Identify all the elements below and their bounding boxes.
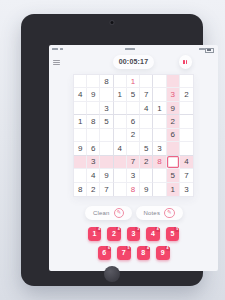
cell-r6c7[interactable]: 3 — [153, 142, 166, 155]
cell-r7c1[interactable] — [74, 156, 87, 169]
cell-r3c8[interactable]: 9 — [167, 102, 180, 115]
cell-r1c7[interactable] — [153, 75, 166, 88]
cell-r6c9[interactable] — [180, 142, 193, 155]
cell-r4c9[interactable] — [180, 115, 193, 128]
numpad-key-count: 5 — [176, 227, 178, 231]
numpad-key-label: 3 — [132, 230, 136, 237]
front-camera — [111, 21, 114, 24]
notes-pencil-icon: ✎ — [164, 208, 175, 219]
numpad-key-label: 9 — [161, 249, 165, 256]
cell-r7c8[interactable] — [167, 156, 180, 169]
cell-r9c2[interactable]: 2 — [87, 183, 100, 196]
pause-icon — [183, 60, 185, 65]
cell-r9c3[interactable]: 7 — [100, 183, 113, 196]
cell-r4c8[interactable]: 2 — [167, 115, 180, 128]
cell-r1c6[interactable] — [140, 75, 153, 88]
cell-r8c3[interactable]: 9 — [100, 169, 113, 182]
cell-r2c7[interactable] — [153, 88, 166, 101]
cell-r4c5[interactable]: 6 — [127, 115, 140, 128]
status-bar — [49, 47, 218, 51]
cell-r4c2[interactable]: 8 — [87, 115, 100, 128]
home-button[interactable] — [104, 266, 120, 282]
numpad-key-2[interactable]: 24 — [107, 227, 121, 241]
clean-button[interactable]: Clean ✎ — [85, 206, 132, 220]
cell-r5c6[interactable] — [140, 129, 153, 142]
cell-r8c4[interactable] — [114, 169, 127, 182]
numpad-key-4[interactable]: 44 — [146, 227, 160, 241]
notes-button[interactable]: Notes ✎ — [136, 206, 183, 220]
cell-r4c4[interactable] — [114, 115, 127, 128]
cell-r6c5[interactable] — [127, 142, 140, 155]
cell-r6c8[interactable] — [167, 142, 180, 155]
cell-r7c3[interactable] — [100, 156, 113, 169]
cell-r1c5[interactable]: 1 — [127, 75, 140, 88]
numpad-key-6[interactable]: 66 — [98, 246, 112, 260]
pause-button[interactable] — [179, 55, 193, 69]
numpad-key-9[interactable]: 94 — [156, 246, 170, 260]
cell-r8c6[interactable] — [140, 169, 153, 182]
numpad-key-8[interactable]: 84 — [137, 246, 151, 260]
cell-r1c3[interactable]: 8 — [100, 75, 113, 88]
menu-button[interactable] — [53, 58, 63, 67]
cell-r2c2[interactable]: 9 — [87, 88, 100, 101]
cell-r4c3[interactable]: 5 — [100, 115, 113, 128]
cell-r8c2[interactable]: 4 — [87, 169, 100, 182]
cell-r1c2[interactable] — [87, 75, 100, 88]
cell-r8c5[interactable]: 3 — [127, 169, 140, 182]
status-carrier — [52, 48, 58, 50]
cell-r7c6[interactable]: 2 — [140, 156, 153, 169]
cell-r1c1[interactable] — [74, 75, 87, 88]
numpad-row-1: 1424334455 — [49, 227, 218, 241]
cell-r5c2[interactable] — [87, 129, 100, 142]
cell-r3c1[interactable] — [74, 102, 87, 115]
battery-icon — [205, 48, 214, 53]
cell-r6c6[interactable]: 5 — [140, 142, 153, 155]
cell-r5c8[interactable]: 6 — [167, 129, 180, 142]
sudoku-board: 8149157323419185622696453372844935782789… — [73, 74, 194, 197]
numpad-key-3[interactable]: 33 — [127, 227, 141, 241]
numpad-key-count: 4 — [118, 227, 120, 231]
cell-r3c5[interactable] — [127, 102, 140, 115]
cell-r3c4[interactable] — [114, 102, 127, 115]
cell-r3c2[interactable] — [87, 102, 100, 115]
cell-r7c5[interactable]: 7 — [127, 156, 140, 169]
cell-r1c8[interactable] — [167, 75, 180, 88]
numpad-key-count: 6 — [108, 246, 110, 250]
page-background: 00:05:17 8149157323419185622696453372844… — [0, 0, 225, 300]
cell-r6c1[interactable]: 9 — [74, 142, 87, 155]
cell-r3c7[interactable]: 1 — [153, 102, 166, 115]
cell-r7c9[interactable]: 4 — [180, 156, 193, 169]
cell-r7c2[interactable]: 3 — [87, 156, 100, 169]
numpad-key-label: 5 — [171, 230, 175, 237]
cell-r6c4[interactable]: 4 — [114, 142, 127, 155]
timer-value: 00:05:17 — [119, 58, 149, 65]
cell-r5c9[interactable] — [180, 129, 193, 142]
cell-r5c7[interactable] — [153, 129, 166, 142]
numpad-key-count: 4 — [147, 246, 149, 250]
clean-button-label: Clean — [93, 210, 110, 216]
cell-r9c9[interactable]: 3 — [180, 183, 193, 196]
clean-pencil-icon: ✎ — [114, 208, 125, 219]
cell-r9c5[interactable]: 8 — [127, 183, 140, 196]
status-time — [125, 48, 135, 50]
app-screen: 00:05:17 8149157323419185622696453372844… — [49, 45, 218, 271]
cell-r2c3[interactable] — [100, 88, 113, 101]
cell-r2c6[interactable]: 7 — [140, 88, 153, 101]
cell-r6c3[interactable] — [100, 142, 113, 155]
cell-r5c4[interactable] — [114, 129, 127, 142]
cell-r8c9[interactable]: 7 — [180, 169, 193, 182]
cell-r9c1[interactable]: 8 — [74, 183, 87, 196]
cell-r8c7[interactable] — [153, 169, 166, 182]
cell-r3c3[interactable]: 3 — [100, 102, 113, 115]
cell-r4c7[interactable] — [153, 115, 166, 128]
cell-r2c8[interactable]: 3 — [167, 88, 180, 101]
cell-r5c3[interactable] — [100, 129, 113, 142]
numpad-key-count: 5 — [128, 246, 130, 250]
cell-r6c2[interactable]: 6 — [87, 142, 100, 155]
menu-icon — [53, 60, 60, 61]
timer-display: 00:05:17 — [113, 55, 154, 69]
cell-r7c4[interactable] — [114, 156, 127, 169]
notes-button-label: Notes — [143, 210, 160, 216]
numpad-key-label: 1 — [93, 230, 97, 237]
cell-r4c6[interactable] — [140, 115, 153, 128]
cell-r7c7[interactable]: 8 — [153, 156, 166, 169]
cell-r1c9[interactable] — [180, 75, 193, 88]
cell-r3c6[interactable]: 4 — [140, 102, 153, 115]
cell-r9c8[interactable]: 1 — [167, 183, 180, 196]
cell-r9c4[interactable] — [114, 183, 127, 196]
cell-r2c4[interactable]: 1 — [114, 88, 127, 101]
wifi-icon — [60, 48, 63, 50]
cell-r5c1[interactable] — [74, 129, 87, 142]
numpad-key-label: 2 — [112, 230, 116, 237]
cell-r8c1[interactable] — [74, 169, 87, 182]
numpad-key-1[interactable]: 14 — [88, 227, 102, 241]
cell-r4c1[interactable]: 1 — [74, 115, 87, 128]
numpad-key-count: 4 — [157, 227, 159, 231]
numpad-key-label: 8 — [141, 249, 145, 256]
cell-r1c4[interactable] — [114, 75, 127, 88]
numpad-key-5[interactable]: 55 — [166, 227, 180, 241]
numpad-key-label: 6 — [102, 249, 106, 256]
numpad-key-count: 4 — [98, 227, 100, 231]
cell-r9c6[interactable]: 9 — [140, 183, 153, 196]
numpad-row-2: 66758494 — [49, 246, 218, 260]
numpad-key-count: 4 — [167, 246, 169, 250]
cell-r8c8[interactable]: 5 — [167, 169, 180, 182]
cell-r3c9[interactable] — [180, 102, 193, 115]
cell-r5c5[interactable]: 2 — [127, 129, 140, 142]
numpad-key-label: 4 — [151, 230, 155, 237]
numpad-key-7[interactable]: 75 — [117, 246, 131, 260]
cell-r9c7[interactable] — [153, 183, 166, 196]
tablet-frame: 00:05:17 8149157323419185622696453372844… — [21, 14, 203, 286]
cell-r2c9[interactable]: 2 — [180, 88, 193, 101]
cell-r2c5[interactable]: 5 — [127, 88, 140, 101]
numpad-key-label: 7 — [122, 249, 126, 256]
cell-r2c1[interactable]: 4 — [74, 88, 87, 101]
numpad-key-count: 3 — [137, 227, 139, 231]
